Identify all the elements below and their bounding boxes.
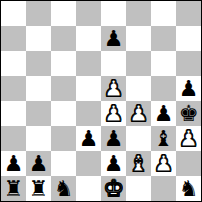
square-a5[interactable]: [1, 76, 26, 101]
square-d3[interactable]: ♟: [76, 126, 101, 151]
white-bishop-icon[interactable]: ♝: [129, 151, 149, 176]
black-pawn-icon[interactable]: ♟: [154, 101, 174, 126]
black-pawn-icon[interactable]: ♟: [29, 151, 49, 176]
square-d8[interactable]: [76, 1, 101, 26]
square-c7[interactable]: [51, 26, 76, 51]
square-e1[interactable]: ♚: [101, 176, 126, 201]
square-e5[interactable]: ♟: [101, 76, 126, 101]
chess-diagram: ♟♟♟♟♟♟♚♟♟♝♟♟♟♟♝♟♜♜♞♚♞: [0, 0, 202, 202]
square-a1[interactable]: ♜: [1, 176, 26, 201]
square-h1[interactable]: ♞: [176, 176, 201, 201]
square-h7[interactable]: [176, 26, 201, 51]
square-b3[interactable]: [26, 126, 51, 151]
black-pawn-icon[interactable]: ♟: [4, 151, 24, 176]
black-pawn-icon[interactable]: ♟: [104, 26, 124, 51]
black-pawn-icon[interactable]: ♟: [104, 151, 124, 176]
square-e4[interactable]: ♟: [101, 101, 126, 126]
black-knight-icon[interactable]: ♞: [179, 176, 199, 201]
square-f5[interactable]: [126, 76, 151, 101]
square-c2[interactable]: [51, 151, 76, 176]
square-a8[interactable]: [1, 1, 26, 26]
square-c1[interactable]: ♞: [51, 176, 76, 201]
square-a4[interactable]: [1, 101, 26, 126]
square-a7[interactable]: [1, 26, 26, 51]
square-c3[interactable]: [51, 126, 76, 151]
square-d7[interactable]: [76, 26, 101, 51]
square-b6[interactable]: [26, 51, 51, 76]
square-h3[interactable]: ♟: [176, 126, 201, 151]
square-g5[interactable]: [151, 76, 176, 101]
square-a6[interactable]: [1, 51, 26, 76]
square-b1[interactable]: ♜: [26, 176, 51, 201]
square-b2[interactable]: ♟: [26, 151, 51, 176]
square-a3[interactable]: [1, 126, 26, 151]
square-e3[interactable]: ♟: [101, 126, 126, 151]
square-e2[interactable]: ♟: [101, 151, 126, 176]
black-pawn-icon[interactable]: ♟: [179, 76, 199, 101]
white-pawn-icon[interactable]: ♟: [129, 101, 149, 126]
square-g6[interactable]: [151, 51, 176, 76]
white-king-icon[interactable]: ♚: [104, 176, 124, 201]
square-e7[interactable]: ♟: [101, 26, 126, 51]
square-d5[interactable]: [76, 76, 101, 101]
black-bishop-icon[interactable]: ♝: [154, 126, 174, 151]
square-g4[interactable]: ♟: [151, 101, 176, 126]
square-d1[interactable]: [76, 176, 101, 201]
square-f1[interactable]: [126, 176, 151, 201]
square-h8[interactable]: [176, 1, 201, 26]
square-c5[interactable]: [51, 76, 76, 101]
square-h2[interactable]: [176, 151, 201, 176]
square-g3[interactable]: ♝: [151, 126, 176, 151]
square-b7[interactable]: [26, 26, 51, 51]
square-b8[interactable]: [26, 1, 51, 26]
square-f6[interactable]: [126, 51, 151, 76]
square-g1[interactable]: [151, 176, 176, 201]
square-d6[interactable]: [76, 51, 101, 76]
square-f7[interactable]: [126, 26, 151, 51]
square-e8[interactable]: [101, 1, 126, 26]
square-b4[interactable]: [26, 101, 51, 126]
white-pawn-icon[interactable]: ♟: [154, 151, 174, 176]
square-f2[interactable]: ♝: [126, 151, 151, 176]
square-c4[interactable]: [51, 101, 76, 126]
black-pawn-icon[interactable]: ♟: [104, 126, 124, 151]
square-f4[interactable]: ♟: [126, 101, 151, 126]
black-king-icon[interactable]: ♚: [179, 101, 199, 126]
square-f3[interactable]: [126, 126, 151, 151]
square-g7[interactable]: [151, 26, 176, 51]
square-c8[interactable]: [51, 1, 76, 26]
square-c6[interactable]: [51, 51, 76, 76]
square-h6[interactable]: [176, 51, 201, 76]
black-knight-icon[interactable]: ♞: [54, 176, 74, 201]
black-rook-icon[interactable]: ♜: [4, 176, 24, 201]
white-pawn-icon[interactable]: ♟: [104, 101, 124, 126]
square-h4[interactable]: ♚: [176, 101, 201, 126]
square-e6[interactable]: [101, 51, 126, 76]
square-a2[interactable]: ♟: [1, 151, 26, 176]
white-pawn-icon[interactable]: ♟: [104, 76, 124, 101]
white-pawn-icon[interactable]: ♟: [179, 126, 199, 151]
chess-board: ♟♟♟♟♟♟♚♟♟♝♟♟♟♟♝♟♜♜♞♚♞: [0, 0, 202, 202]
black-rook-icon[interactable]: ♜: [29, 176, 49, 201]
square-g2[interactable]: ♟: [151, 151, 176, 176]
square-g8[interactable]: [151, 1, 176, 26]
square-h5[interactable]: ♟: [176, 76, 201, 101]
square-b5[interactable]: [26, 76, 51, 101]
square-f8[interactable]: [126, 1, 151, 26]
square-d4[interactable]: [76, 101, 101, 126]
black-pawn-icon[interactable]: ♟: [79, 126, 99, 151]
square-d2[interactable]: [76, 151, 101, 176]
